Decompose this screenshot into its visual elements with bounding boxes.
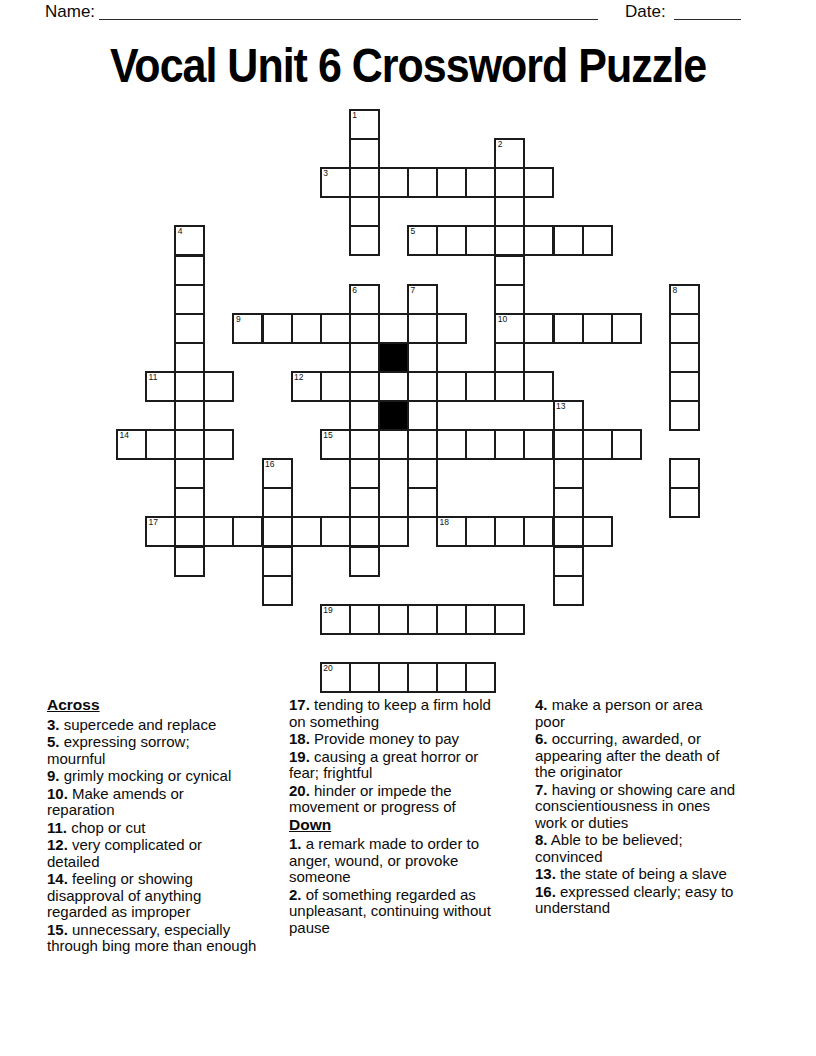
grid-cell-r11c3[interactable] [203,429,234,460]
grid-cell-r11c17[interactable] [611,429,642,460]
grid-cell-r12c19[interactable] [669,458,700,489]
clue-number: 7. [535,781,548,798]
grid-cell-r17c8[interactable] [349,604,380,635]
grid-cell-r7c15[interactable] [553,313,584,344]
clue-number: 1. [289,835,302,852]
grid-cell-r11c1[interactable] [145,429,176,460]
clue-number: 15. [47,921,68,938]
grid-cell-r16c5[interactable] [262,575,293,606]
grid-cell-r7c2[interactable] [174,313,205,344]
clue-across-11: 11. chop or cut [47,820,250,837]
grid-cell-r4c16[interactable] [582,225,613,256]
grid-cell-r17c13[interactable] [494,604,525,635]
cell-number-9: 9 [236,315,241,325]
clue-across-19: 19. causing a great horror or fear; frig… [289,749,494,782]
grid-cell-r13c15[interactable] [553,487,584,518]
grid-cell-r13c2[interactable] [174,487,205,518]
grid-cell-r4c10[interactable]: 5 [407,225,438,256]
clue-across-12: 12. very complicated or detailed [47,837,250,870]
grid-cell-r14c13[interactable] [494,516,525,547]
grid-cell-r7c8[interactable] [349,313,380,344]
grid-cell-r2c10[interactable] [407,167,438,198]
clue-across-3: 3. supercede and replace [47,717,250,734]
grid-cell-r7c11[interactable] [436,313,467,344]
grid-cell-r12c8[interactable] [349,458,380,489]
grid-cell-r11c11[interactable] [436,429,467,460]
clue-number: 3. [47,716,60,733]
date-label: Date: [625,2,666,22]
name-fill-in-line [99,19,598,20]
grid-cell-r7c16[interactable] [582,313,613,344]
grid-cell-r14c14[interactable] [523,516,554,547]
date-fill-in-line [674,19,741,20]
grid-cell-r9c1[interactable]: 11 [145,371,176,402]
clue-number: 4. [535,696,548,713]
clue-number: 5. [47,733,60,750]
cell-number-15: 15 [323,431,332,441]
clue-down-6: 6. occurring, awarded, or appearing afte… [535,731,736,781]
clue-down-13: 13. the state of being a slave [535,866,736,883]
clue-down-16: 16. expressed clearly; easy to understan… [535,884,736,917]
grid-cell-r7c4[interactable]: 9 [232,313,263,344]
grid-cell-r7c13[interactable]: 10 [494,313,525,344]
grid-cell-r11c14[interactable] [523,429,554,460]
clue-number: 20. [289,782,310,799]
clue-down-1: 1. a remark made to order to anger, woun… [289,836,494,886]
grid-cell-r13c19[interactable] [669,487,700,518]
grid-cell-r11c9[interactable] [378,429,409,460]
grid-cell-r19c7[interactable]: 20 [320,662,351,693]
cell-number-8: 8 [672,286,677,296]
grid-cell-r14c6[interactable] [291,516,322,547]
grid-cell-r8c2[interactable] [174,342,205,373]
grid-cell-r9c2[interactable] [174,371,205,402]
cell-number-6: 6 [352,286,357,296]
grid-cell-r14c4[interactable] [232,516,263,547]
grid-cell-r6c8[interactable]: 6 [349,284,380,315]
grid-cell-r12c2[interactable] [174,458,205,489]
grid-cell-r5c2[interactable] [174,255,205,286]
cell-number-19: 19 [323,606,332,616]
grid-cell-r4c14[interactable] [523,225,554,256]
cell-number-11: 11 [149,373,158,383]
grid-cell-r19c8[interactable] [349,662,380,693]
grid-cell-r14c5[interactable] [262,516,293,547]
cell-number-14: 14 [120,431,129,441]
grid-cell-r11c8[interactable] [349,429,380,460]
clue-across-17: 17. tending to keep a firm hold on somet… [289,697,494,730]
grid-cell-r7c17[interactable] [611,313,642,344]
grid-cell-r9c12[interactable] [465,371,496,402]
grid-cell-r17c9[interactable] [378,604,409,635]
clue-number: 18. [289,730,310,747]
clue-number: 11. [47,819,67,836]
clue-across-18: 18. Provide money to pay [289,731,494,748]
cell-number-5: 5 [411,227,416,237]
down-header: Down [289,817,494,834]
grid-cell-r7c9[interactable] [378,313,409,344]
grid-cell-r16c15[interactable] [553,575,584,606]
grid-cell-r11c12[interactable] [465,429,496,460]
grid-cell-r3c8[interactable] [349,196,380,227]
grid-cell-r19c9[interactable] [378,662,409,693]
grid-cell-r15c2[interactable] [174,546,205,577]
grid-cell-r17c10[interactable] [407,604,438,635]
grid-cell-r7c6[interactable] [291,313,322,344]
across-header: Across [47,697,250,714]
cell-number-16: 16 [265,460,274,470]
grid-cell-r2c9[interactable] [378,167,409,198]
black-cell-r10c9 [378,400,409,431]
grid-cell-r19c11[interactable] [436,662,467,693]
grid-cell-r2c11[interactable] [436,167,467,198]
cell-number-10: 10 [498,315,507,325]
grid-cell-r15c15[interactable] [553,546,584,577]
grid-cell-r10c8[interactable] [349,400,380,431]
cell-number-1: 1 [352,111,357,121]
clue-across-10: 10. Make amends or reparation [47,786,250,819]
grid-cell-r14c7[interactable] [320,516,351,547]
grid-cell-r7c5[interactable] [262,313,293,344]
grid-cell-r15c5[interactable] [262,546,293,577]
grid-cell-r10c15[interactable]: 13 [553,400,584,431]
grid-cell-r13c10[interactable] [407,487,438,518]
clue-column-2: 17. tending to keep a firm hold on somet… [289,697,494,937]
clue-number: 14. [47,870,68,887]
cell-number-20: 20 [323,664,332,674]
clue-number: 9. [47,767,60,784]
grid-cell-r6c13[interactable] [494,284,525,315]
grid-cell-r6c10[interactable]: 7 [407,284,438,315]
clue-across-15: 15. unnecessary, especially through bing… [47,922,278,955]
grid-cell-r14c3[interactable] [203,516,234,547]
grid-cell-r11c13[interactable] [494,429,525,460]
cell-number-7: 7 [411,286,416,296]
crossword-grid: 1234567891011121314151617181920 [117,110,701,694]
clue-down-8: 8. Able to be believed; convinced [535,832,736,865]
grid-cell-r2c14[interactable] [523,167,554,198]
cell-number-3: 3 [323,169,328,179]
clue-down-4: 4. make a person or area poor [535,697,736,730]
grid-cell-r2c8[interactable] [349,167,380,198]
name-label: Name: [45,2,95,22]
grid-cell-r4c13[interactable] [494,225,525,256]
clue-across-14: 14. feeling or showing disapproval of an… [47,871,250,921]
grid-cell-r12c10[interactable] [407,458,438,489]
grid-cell-r9c6[interactable]: 12 [291,371,322,402]
grid-cell-r4c11[interactable] [436,225,467,256]
cell-number-13: 13 [556,402,565,412]
grid-cell-r4c2[interactable]: 4 [174,225,205,256]
grid-cell-r2c7[interactable]: 3 [320,167,351,198]
cell-number-12: 12 [294,373,303,383]
grid-cell-r11c0[interactable]: 14 [116,429,147,460]
clue-across-9: 9. grimly mocking or cynical [47,768,250,785]
black-cell-r8c9 [378,342,409,373]
grid-cell-r7c10[interactable] [407,313,438,344]
grid-cell-r4c12[interactable] [465,225,496,256]
cell-number-18: 18 [440,518,449,528]
grid-cell-r8c8[interactable] [349,342,380,373]
cell-number-4: 4 [178,227,183,237]
clue-column-3: 4. make a person or area poor6. occurrin… [535,697,736,918]
grid-cell-r7c7[interactable] [320,313,351,344]
grid-cell-r9c19[interactable] [669,371,700,402]
grid-cell-r0c8[interactable]: 1 [349,109,380,140]
clue-number: 17. [289,696,310,713]
clue-column-1: Across3. supercede and replace5. express… [47,697,250,956]
grid-cell-r14c9[interactable] [378,516,409,547]
grid-cell-r11c16[interactable] [582,429,613,460]
grid-cell-r4c15[interactable] [553,225,584,256]
grid-cell-r12c15[interactable] [553,458,584,489]
grid-cell-r6c19[interactable]: 8 [669,284,700,315]
grid-cell-r10c19[interactable] [669,400,700,431]
grid-cell-r14c12[interactable] [465,516,496,547]
grid-cell-r15c8[interactable] [349,546,380,577]
grid-cell-r19c10[interactable] [407,662,438,693]
grid-cell-r14c8[interactable] [349,516,380,547]
grid-cell-r17c12[interactable] [465,604,496,635]
grid-cell-r1c13[interactable]: 2 [494,138,525,169]
clue-number: 2. [289,886,302,903]
grid-cell-r14c16[interactable] [582,516,613,547]
grid-cell-r14c1[interactable]: 17 [145,516,176,547]
grid-cell-r11c7[interactable]: 15 [320,429,351,460]
grid-cell-r9c9[interactable] [378,371,409,402]
clue-across-20: 20. hinder or impede the movement or pro… [289,783,494,816]
grid-cell-r2c12[interactable] [465,167,496,198]
clue-number: 13. [535,865,556,882]
grid-cell-r13c8[interactable] [349,487,380,518]
clue-number: 12. [47,836,68,853]
grid-cell-r8c13[interactable] [494,342,525,373]
grid-cell-r10c2[interactable] [174,400,205,431]
grid-cell-r9c11[interactable] [436,371,467,402]
grid-cell-r17c11[interactable] [436,604,467,635]
grid-cell-r7c19[interactable] [669,313,700,344]
puzzle-title: Vocal Unit 6 Crossword Puzzle [0,38,816,93]
clue-number: 10. [47,785,68,802]
grid-cell-r12c5[interactable]: 16 [262,458,293,489]
clue-down-2: 2. of something regarded as unpleasant, … [289,887,494,937]
grid-cell-r10c10[interactable] [407,400,438,431]
grid-cell-r11c10[interactable] [407,429,438,460]
grid-cell-r17c7[interactable]: 19 [320,604,351,635]
grid-cell-r13c5[interactable] [262,487,293,518]
grid-cell-r9c8[interactable] [349,371,380,402]
grid-cell-r9c7[interactable] [320,371,351,402]
clue-across-5: 5. expressing sorrow; mournful [47,734,250,767]
grid-cell-r9c3[interactable] [203,371,234,402]
grid-cell-r5c13[interactable] [494,255,525,286]
grid-cell-r7c14[interactable] [523,313,554,344]
grid-cell-r14c15[interactable] [553,516,584,547]
grid-cell-r1c8[interactable] [349,138,380,169]
clue-down-7: 7. having or showing care and conscienti… [535,782,736,832]
grid-cell-r9c13[interactable] [494,371,525,402]
grid-cell-r9c14[interactable] [523,371,554,402]
clue-number: 8. [535,831,548,848]
clue-number: 19. [289,748,310,765]
clue-number: 6. [535,730,548,747]
grid-cell-r9c10[interactable] [407,371,438,402]
grid-cell-r2c13[interactable] [494,167,525,198]
grid-cell-r8c19[interactable] [669,342,700,373]
grid-cell-r3c13[interactable] [494,196,525,227]
grid-cell-r6c2[interactable] [174,284,205,315]
clue-number: 16. [535,883,556,900]
grid-cell-r11c15[interactable] [553,429,584,460]
grid-cell-r14c11[interactable]: 18 [436,516,467,547]
grid-cell-r4c8[interactable] [349,225,380,256]
cell-number-17: 17 [149,518,158,528]
grid-cell-r19c12[interactable] [465,662,496,693]
cell-number-2: 2 [498,140,503,150]
grid-cell-r14c2[interactable] [174,516,205,547]
grid-cell-r8c10[interactable] [407,342,438,373]
worksheet-page: Name: Date: Vocal Unit 6 Crossword Puzzl… [0,0,816,1056]
grid-cell-r11c2[interactable] [174,429,205,460]
